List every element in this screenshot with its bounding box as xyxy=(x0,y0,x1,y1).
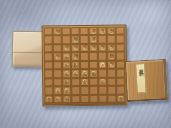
piece-sente-king[interactable]: 玉 xyxy=(55,88,61,94)
piece-kanji: 香 xyxy=(46,97,51,102)
square-5d[interactable] xyxy=(80,52,89,61)
square-4a[interactable]: 金 xyxy=(89,27,98,36)
square-8h[interactable]: 玉 xyxy=(53,86,62,95)
square-2h[interactable] xyxy=(107,86,116,95)
square-2a[interactable]: 桂 xyxy=(107,27,116,36)
piece-sente-silver[interactable]: 銀 xyxy=(72,62,78,68)
square-9f[interactable] xyxy=(44,70,53,79)
piece-box: 将棋駒 xyxy=(125,59,168,102)
piece-kanji: 歩 xyxy=(73,45,78,50)
piece-kanji: 玉 xyxy=(100,28,105,33)
piece-kanji: 歩 xyxy=(64,72,69,77)
square-3b[interactable] xyxy=(98,35,107,44)
square-2b[interactable] xyxy=(107,35,116,44)
square-3g[interactable]: 歩 xyxy=(98,77,107,86)
square-3c[interactable]: 歩 xyxy=(98,44,107,53)
square-2d[interactable]: 飛 xyxy=(107,52,116,61)
piece-sente-pawn[interactable]: 歩 xyxy=(82,71,88,77)
square-8f[interactable] xyxy=(53,69,62,78)
piece-kanji: 歩 xyxy=(100,80,105,85)
piece-sente-pawn[interactable]: 歩 xyxy=(100,79,106,85)
piece-kanji: 香 xyxy=(118,97,123,102)
piece-gote-pawn[interactable]: 歩 xyxy=(108,45,114,51)
piece-sente-pawn[interactable]: 歩 xyxy=(63,54,69,60)
square-7b[interactable] xyxy=(62,36,71,45)
piece-kanji: 角 xyxy=(91,71,96,76)
square-7f[interactable]: 歩 xyxy=(62,69,71,78)
square-1c[interactable] xyxy=(116,43,125,52)
piece-kanji: 飛 xyxy=(64,97,69,102)
piece-sente-gold[interactable]: 金 xyxy=(64,88,70,94)
piece-sente-pawn[interactable]: 歩 xyxy=(64,71,70,77)
piece-kanji: 歩 xyxy=(64,55,69,60)
square-9b[interactable] xyxy=(44,36,53,45)
square-4d[interactable] xyxy=(89,52,98,61)
square-6i[interactable] xyxy=(71,95,80,104)
square-9h[interactable] xyxy=(44,86,53,95)
piece-gote-pawn[interactable]: 歩 xyxy=(108,62,114,68)
square-1d[interactable] xyxy=(116,52,125,61)
piece-gote-rook[interactable]: 飛 xyxy=(108,54,114,60)
square-5a[interactable] xyxy=(80,27,89,36)
piece-kanji: 桂 xyxy=(55,28,60,33)
square-4i[interactable] xyxy=(89,94,98,103)
piece-kanji: 金 xyxy=(64,89,69,94)
piece-kanji: 玉 xyxy=(55,89,60,94)
square-5b[interactable] xyxy=(80,35,89,44)
square-5h[interactable] xyxy=(80,86,89,95)
square-7c[interactable]: 歩 xyxy=(62,44,71,53)
square-6b[interactable]: 角 xyxy=(71,35,80,44)
square-6g[interactable] xyxy=(71,78,80,87)
piece-gote-pawn[interactable]: 歩 xyxy=(90,45,96,51)
lid-edge xyxy=(13,51,45,52)
square-4c[interactable]: 歩 xyxy=(89,44,98,53)
piece-kanji: 角 xyxy=(73,36,78,41)
piece-gote-pawn[interactable]: 歩 xyxy=(81,45,87,51)
piece-kanji: 歩 xyxy=(64,45,69,50)
square-7a[interactable] xyxy=(62,27,71,36)
piece-gote-pawn[interactable]: 歩 xyxy=(54,54,60,60)
square-9i[interactable]: 香 xyxy=(44,95,53,104)
square-4h[interactable] xyxy=(89,86,98,95)
square-5i[interactable] xyxy=(80,94,89,103)
square-3h[interactable] xyxy=(98,86,107,95)
square-6d[interactable]: 銀 xyxy=(71,52,80,61)
piece-kanji: 歩 xyxy=(100,45,105,50)
square-1f[interactable] xyxy=(116,69,125,78)
piece-sente-pawn[interactable]: 歩 xyxy=(63,62,69,68)
square-8g[interactable] xyxy=(53,78,62,87)
square-7i[interactable]: 飛 xyxy=(62,95,71,104)
piece-kanji: 桂 xyxy=(55,97,60,102)
piece-gote-knight[interactable]: 桂 xyxy=(108,28,114,34)
square-3a[interactable]: 玉 xyxy=(98,27,107,36)
piece-kanji: 桂 xyxy=(109,28,114,33)
square-6c[interactable]: 歩 xyxy=(71,44,80,53)
piece-kanji: 銀 xyxy=(73,53,78,58)
square-8i[interactable]: 桂 xyxy=(53,95,62,104)
shogi-board: 桂金玉桂角金歩歩歩歩歩歩歩歩銀飛歩銀と歩歩歩歩角銀金歩玉金香桂飛香 xyxy=(42,25,128,107)
piece-kanji: 金 xyxy=(91,36,96,41)
piece-kanji: 歩 xyxy=(82,45,87,50)
square-2e[interactable]: 歩 xyxy=(107,60,116,69)
piece-sente-lance[interactable]: 香 xyxy=(46,96,52,102)
piece-sente-gold[interactable]: 金 xyxy=(82,79,88,85)
piece-kanji: 歩 xyxy=(64,63,69,68)
square-5g[interactable]: 金 xyxy=(80,78,89,87)
square-6e[interactable]: 銀 xyxy=(71,61,80,70)
piece-kanji: 歩 xyxy=(55,54,60,59)
square-3e[interactable]: と xyxy=(98,61,107,70)
square-2i[interactable] xyxy=(107,94,116,103)
piece-kanji: と xyxy=(100,63,105,68)
piece-kanji: 銀 xyxy=(73,63,78,68)
piece-gote-silver[interactable]: 銀 xyxy=(72,54,78,60)
square-6f[interactable]: 歩 xyxy=(71,69,80,78)
square-1h[interactable] xyxy=(116,86,125,95)
piece-gote-pawn[interactable]: 歩 xyxy=(72,45,78,51)
square-8e[interactable] xyxy=(53,61,62,70)
square-5f[interactable]: 歩 xyxy=(80,69,89,78)
square-9d[interactable] xyxy=(44,53,53,62)
piece-kanji: 飛 xyxy=(109,53,114,58)
piece-gote-bishop[interactable]: 角 xyxy=(72,37,78,43)
square-7h[interactable]: 金 xyxy=(62,86,71,95)
piece-kanji: 歩 xyxy=(109,61,114,66)
piece-kanji: 金 xyxy=(82,80,87,85)
piece-sente-rook[interactable]: 飛 xyxy=(64,96,70,102)
piece-box-label: 将棋駒 xyxy=(135,63,147,94)
square-3i[interactable] xyxy=(98,94,107,103)
square-2g[interactable] xyxy=(107,77,116,86)
piece-box-label-text: 将棋駒 xyxy=(138,65,144,92)
piece-sente-tokin[interactable]: と xyxy=(99,62,105,68)
piece-sente-pawn[interactable]: 歩 xyxy=(73,71,79,77)
square-5c[interactable]: 歩 xyxy=(80,44,89,53)
square-1e[interactable] xyxy=(116,60,125,69)
square-7e[interactable]: 歩 xyxy=(62,61,71,70)
square-9a[interactable] xyxy=(44,27,53,36)
piece-kanji: 歩 xyxy=(109,45,114,50)
piece-kanji: 歩 xyxy=(91,45,96,50)
piece-sente-lance[interactable]: 香 xyxy=(118,96,124,102)
piece-gote-gold[interactable]: 金 xyxy=(90,28,96,34)
square-9e[interactable] xyxy=(44,61,53,70)
square-3f[interactable] xyxy=(98,69,107,78)
square-1a[interactable] xyxy=(116,27,125,36)
piece-kanji: 銀 xyxy=(64,80,69,85)
square-7g[interactable]: 銀 xyxy=(62,78,71,87)
piece-gote-king[interactable]: 玉 xyxy=(99,28,105,34)
shogi-board-grid: 桂金玉桂角金歩歩歩歩歩歩歩歩銀飛歩銀と歩歩歩歩角銀金歩玉金香桂飛香 xyxy=(44,27,126,104)
square-7d[interactable]: 歩 xyxy=(62,52,71,61)
square-8d[interactable]: 歩 xyxy=(53,53,62,62)
square-8c[interactable] xyxy=(53,44,62,53)
piece-gote-gold[interactable]: 金 xyxy=(90,37,96,43)
square-9g[interactable] xyxy=(44,78,53,87)
square-5e[interactable] xyxy=(80,61,89,70)
square-1g[interactable] xyxy=(116,77,125,86)
square-1b[interactable] xyxy=(116,35,125,44)
piece-sente-knight[interactable]: 桂 xyxy=(55,96,61,102)
piece-sente-bishop[interactable]: 角 xyxy=(91,71,97,77)
square-8b[interactable] xyxy=(53,36,62,45)
square-1i[interactable]: 香 xyxy=(116,94,125,103)
square-4e[interactable] xyxy=(89,61,98,70)
piece-sente-silver[interactable]: 銀 xyxy=(64,79,70,85)
square-4b[interactable]: 金 xyxy=(89,35,98,44)
square-4g[interactable] xyxy=(89,78,98,87)
shogi-photo-scene: 桂金玉桂角金歩歩歩歩歩歩歩歩銀飛歩銀と歩歩歩歩角銀金歩玉金香桂飛香 将棋駒 xyxy=(0,0,171,128)
square-2f[interactable] xyxy=(107,69,116,78)
square-6h[interactable] xyxy=(71,86,80,95)
square-8a[interactable]: 桂 xyxy=(53,27,62,36)
square-4f[interactable]: 角 xyxy=(89,69,98,78)
piece-kanji: 歩 xyxy=(82,72,87,77)
piece-gote-knight[interactable]: 桂 xyxy=(54,29,60,35)
piece-gote-pawn[interactable]: 歩 xyxy=(63,46,69,52)
piece-kanji: 金 xyxy=(91,28,96,33)
square-9c[interactable] xyxy=(44,44,53,53)
piece-gote-pawn[interactable]: 歩 xyxy=(99,45,105,51)
square-6a[interactable] xyxy=(71,27,80,36)
square-3d[interactable] xyxy=(98,52,107,61)
piece-kanji: 歩 xyxy=(73,72,78,77)
square-2c[interactable]: 歩 xyxy=(107,44,116,53)
